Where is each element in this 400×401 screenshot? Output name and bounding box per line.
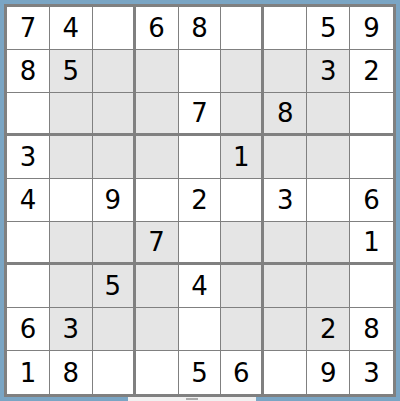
cell-r1c3[interactable] — [93, 7, 136, 50]
cell-r7c2[interactable] — [50, 265, 93, 308]
cell-r3c2[interactable] — [50, 93, 93, 136]
cell-r6c5[interactable] — [179, 222, 222, 265]
cell-r6c3[interactable] — [93, 222, 136, 265]
cell-r6c1[interactable] — [7, 222, 50, 265]
cell-r9c2[interactable]: 8 — [50, 351, 93, 394]
cell-r9c7[interactable] — [264, 351, 307, 394]
cell-r4c2[interactable] — [50, 136, 93, 179]
cell-r6c4[interactable]: 7 — [136, 222, 179, 265]
cell-r1c2[interactable]: 4 — [50, 7, 93, 50]
cell-r1c8[interactable]: 5 — [307, 7, 350, 50]
cell-r6c2[interactable] — [50, 222, 93, 265]
cell-r2c9[interactable]: 2 — [350, 50, 393, 93]
cell-r7c7[interactable] — [264, 265, 307, 308]
cell-r8c2[interactable]: 3 — [50, 308, 93, 351]
cell-r9c5[interactable]: 5 — [179, 351, 222, 394]
cell-r6c9[interactable]: 1 — [350, 222, 393, 265]
cell-r3c5[interactable]: 7 — [179, 93, 222, 136]
cell-r7c1[interactable] — [7, 265, 50, 308]
cell-r1c5[interactable]: 8 — [179, 7, 222, 50]
cell-r4c9[interactable] — [350, 136, 393, 179]
cell-r1c1[interactable]: 7 — [7, 7, 50, 50]
cell-r3c4[interactable] — [136, 93, 179, 136]
cell-r4c6[interactable]: 1 — [221, 136, 264, 179]
cell-r2c4[interactable] — [136, 50, 179, 93]
cell-r9c8[interactable]: 9 — [307, 351, 350, 394]
cell-r8c1[interactable]: 6 — [7, 308, 50, 351]
cell-r8c9[interactable]: 8 — [350, 308, 393, 351]
cell-r8c3[interactable] — [93, 308, 136, 351]
cell-r4c3[interactable] — [93, 136, 136, 179]
cell-r1c7[interactable] — [264, 7, 307, 50]
cell-r3c1[interactable] — [7, 93, 50, 136]
cell-r2c8[interactable]: 3 — [307, 50, 350, 93]
sudoku-board: 746859853278314923671546328185693 — [4, 4, 396, 397]
cell-r4c1[interactable]: 3 — [7, 136, 50, 179]
horizontal-scrollbar-track[interactable] — [128, 397, 256, 401]
cell-r5c5[interactable]: 2 — [179, 179, 222, 222]
cell-r3c8[interactable] — [307, 93, 350, 136]
cell-r2c5[interactable] — [179, 50, 222, 93]
cell-r4c7[interactable] — [264, 136, 307, 179]
cell-r1c9[interactable]: 9 — [350, 7, 393, 50]
cell-r1c4[interactable]: 6 — [136, 7, 179, 50]
cell-r3c3[interactable] — [93, 93, 136, 136]
cell-r7c3[interactable]: 5 — [93, 265, 136, 308]
cell-r7c5[interactable]: 4 — [179, 265, 222, 308]
cell-r6c6[interactable] — [221, 222, 264, 265]
sudoku-frame: 746859853278314923671546328185693 — [0, 0, 400, 401]
cell-r2c1[interactable]: 8 — [7, 50, 50, 93]
cell-r5c4[interactable] — [136, 179, 179, 222]
cell-r9c6[interactable]: 6 — [221, 351, 264, 394]
cell-r2c6[interactable] — [221, 50, 264, 93]
cell-r8c8[interactable]: 2 — [307, 308, 350, 351]
cell-r7c8[interactable] — [307, 265, 350, 308]
cell-r3c9[interactable] — [350, 93, 393, 136]
cell-r5c6[interactable] — [221, 179, 264, 222]
cell-r6c8[interactable] — [307, 222, 350, 265]
cell-r8c5[interactable] — [179, 308, 222, 351]
cell-r1c6[interactable] — [221, 7, 264, 50]
cell-r7c6[interactable] — [221, 265, 264, 308]
cell-r9c4[interactable] — [136, 351, 179, 394]
cell-r9c1[interactable]: 1 — [7, 351, 50, 394]
cell-r4c4[interactable] — [136, 136, 179, 179]
cell-r5c1[interactable]: 4 — [7, 179, 50, 222]
cell-r6c7[interactable] — [264, 222, 307, 265]
cell-r7c4[interactable] — [136, 265, 179, 308]
cell-r5c2[interactable] — [50, 179, 93, 222]
cell-r8c4[interactable] — [136, 308, 179, 351]
cell-r9c3[interactable] — [93, 351, 136, 394]
horizontal-scrollbar-thumb[interactable] — [186, 398, 198, 400]
cell-r2c2[interactable]: 5 — [50, 50, 93, 93]
cell-r5c8[interactable] — [307, 179, 350, 222]
cell-r8c6[interactable] — [221, 308, 264, 351]
cell-r4c8[interactable] — [307, 136, 350, 179]
cell-r2c3[interactable] — [93, 50, 136, 93]
cell-r2c7[interactable] — [264, 50, 307, 93]
cell-r5c7[interactable]: 3 — [264, 179, 307, 222]
cell-r9c9[interactable]: 3 — [350, 351, 393, 394]
cell-r3c7[interactable]: 8 — [264, 93, 307, 136]
cell-r5c9[interactable]: 6 — [350, 179, 393, 222]
cell-r4c5[interactable] — [179, 136, 222, 179]
cell-r7c9[interactable] — [350, 265, 393, 308]
cell-r5c3[interactable]: 9 — [93, 179, 136, 222]
cell-r8c7[interactable] — [264, 308, 307, 351]
cell-r3c6[interactable] — [221, 93, 264, 136]
